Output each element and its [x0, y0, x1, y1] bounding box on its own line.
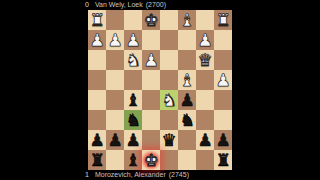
square-e8: ♚: [142, 150, 160, 170]
bottom-player-label: 1Morozevich, Alexander(2745): [85, 170, 189, 179]
bottom-player-rating: (2745): [169, 171, 189, 178]
square-c6: ♞: [178, 110, 196, 130]
piece-white-knight-d5: ♞: [161, 90, 176, 110]
video-frame: 0Van Wely, Loek(2700) ♜♚♝♜♟♟♟♟♞♟♛♝♟♝♞♟♞♞…: [0, 0, 320, 180]
square-f4: [124, 70, 142, 90]
square-c2: [178, 30, 196, 50]
square-a6: [214, 110, 232, 130]
square-g4: [106, 70, 124, 90]
square-e2: [142, 30, 160, 50]
square-d7: ♛: [160, 130, 178, 150]
square-h4: [88, 70, 106, 90]
piece-black-queen-d7: ♛: [161, 130, 176, 150]
square-e7: [142, 130, 160, 150]
piece-white-queen-b3: ♛: [197, 50, 212, 70]
square-b3: ♛: [196, 50, 214, 70]
piece-white-bishop-c1: ♝: [179, 10, 194, 30]
piece-white-rook-h1: ♜: [89, 10, 104, 30]
piece-black-pawn-b7: ♟: [197, 130, 212, 150]
square-g1: [106, 10, 124, 30]
piece-black-pawn-h7: ♟: [89, 130, 104, 150]
piece-white-pawn-e3: ♟: [143, 50, 158, 70]
square-b6: [196, 110, 214, 130]
square-b1: [196, 10, 214, 30]
square-e6: [142, 110, 160, 130]
square-c7: [178, 130, 196, 150]
square-h2: ♟: [88, 30, 106, 50]
piece-black-bishop-f8: ♝: [125, 150, 140, 170]
square-g7: ♟: [106, 130, 124, 150]
piece-black-rook-a8: ♜: [215, 150, 230, 170]
top-player-rating: (2700): [146, 1, 166, 8]
square-a4: ♟: [214, 70, 232, 90]
piece-black-pawn-a7: ♟: [215, 130, 230, 150]
square-f6: ♞: [124, 110, 142, 130]
top-player-label: 0Van Wely, Loek(2700): [85, 0, 166, 9]
piece-black-knight-f6: ♞: [125, 110, 140, 130]
piece-black-bishop-f5: ♝: [125, 90, 140, 110]
square-d6: [160, 110, 178, 130]
square-f3: ♞: [124, 50, 142, 70]
square-g6: [106, 110, 124, 130]
square-a7: ♟: [214, 130, 232, 150]
top-player-result: 0: [85, 0, 89, 9]
square-a8: ♜: [214, 150, 232, 170]
square-c3: [178, 50, 196, 70]
square-a5: [214, 90, 232, 110]
piece-white-pawn-f2: ♟: [125, 30, 140, 50]
square-c1: ♝: [178, 10, 196, 30]
square-d8: [160, 150, 178, 170]
square-d3: [160, 50, 178, 70]
piece-white-pawn-h2: ♟: [89, 30, 104, 50]
square-b4: [196, 70, 214, 90]
square-f7: ♟: [124, 130, 142, 150]
square-h7: ♟: [88, 130, 106, 150]
square-d1: [160, 10, 178, 30]
square-g3: [106, 50, 124, 70]
square-c5: ♟: [178, 90, 196, 110]
piece-white-knight-f3: ♞: [125, 50, 140, 70]
piece-black-pawn-g7: ♟: [107, 130, 122, 150]
square-b8: [196, 150, 214, 170]
square-e1: ♚: [142, 10, 160, 30]
square-g5: [106, 90, 124, 110]
square-h3: [88, 50, 106, 70]
piece-white-king-e8: ♚: [143, 150, 158, 170]
square-h1: ♜: [88, 10, 106, 30]
piece-white-pawn-a4: ♟: [215, 70, 230, 90]
square-d4: [160, 70, 178, 90]
top-player-name: Van Wely, Loek: [95, 1, 143, 8]
square-h5: [88, 90, 106, 110]
square-f2: ♟: [124, 30, 142, 50]
piece-white-bishop-c4: ♝: [179, 70, 194, 90]
square-f1: [124, 10, 142, 30]
square-d5: ♞: [160, 90, 178, 110]
square-f8: ♝: [124, 150, 142, 170]
square-g2: ♟: [106, 30, 124, 50]
bottom-player-result: 1: [85, 170, 89, 179]
square-a2: [214, 30, 232, 50]
piece-white-pawn-g2: ♟: [107, 30, 122, 50]
square-g8: [106, 150, 124, 170]
square-f5: ♝: [124, 90, 142, 110]
square-a1: ♜: [214, 10, 232, 30]
square-e4: [142, 70, 160, 90]
square-h8: ♜: [88, 150, 106, 170]
square-c8: [178, 150, 196, 170]
piece-black-knight-c6: ♞: [179, 110, 194, 130]
piece-black-pawn-c5: ♟: [179, 90, 194, 110]
piece-black-rook-h8: ♜: [89, 150, 104, 170]
square-e5: [142, 90, 160, 110]
square-d2: [160, 30, 178, 50]
bottom-player-name: Morozevich, Alexander: [95, 171, 166, 178]
square-b2: ♟: [196, 30, 214, 50]
piece-white-pawn-b2: ♟: [197, 30, 212, 50]
piece-white-rook-a1: ♜: [215, 10, 230, 30]
square-c4: ♝: [178, 70, 196, 90]
piece-black-pawn-f7: ♟: [125, 130, 140, 150]
square-b5: [196, 90, 214, 110]
square-a3: [214, 50, 232, 70]
square-b7: ♟: [196, 130, 214, 150]
piece-white-king-e1: ♚: [143, 10, 158, 30]
square-h6: [88, 110, 106, 130]
chess-board: ♜♚♝♜♟♟♟♟♞♟♛♝♟♝♞♟♞♞♟♟♟♛♟♟♜♝♚♜: [88, 10, 232, 170]
square-e3: ♟: [142, 50, 160, 70]
